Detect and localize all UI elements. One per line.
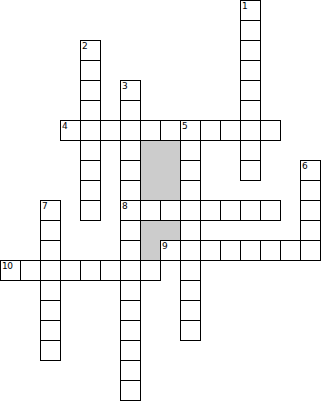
cell-r9-c6[interactable]: [120, 180, 141, 201]
shaded-cell: [160, 220, 181, 241]
cell-r14-c9[interactable]: [180, 280, 201, 301]
shaded-cell: [140, 180, 161, 201]
cell-r14-c2[interactable]: [40, 280, 61, 301]
cell-r10-c12[interactable]: [240, 200, 261, 221]
cell-r16-c2[interactable]: [40, 320, 61, 341]
cell-r15-c2[interactable]: [40, 300, 61, 321]
cell-r12-c10[interactable]: [200, 240, 221, 261]
cell-r4-c12[interactable]: [240, 80, 261, 101]
cell-r11-c9[interactable]: [180, 220, 201, 241]
cell-r13-c1[interactable]: [20, 260, 41, 281]
cell-r6-c8[interactable]: [160, 120, 181, 141]
cell-r13-c6[interactable]: [120, 260, 141, 281]
clue-number-8: 8: [122, 202, 127, 210]
clue-number-7: 7: [42, 202, 47, 210]
cell-r11-c15[interactable]: [300, 220, 321, 241]
cell-r8-c9[interactable]: [180, 160, 201, 181]
cell-r16-c9[interactable]: [180, 320, 201, 341]
shaded-cell: [140, 160, 161, 181]
shaded-cell: [160, 160, 181, 181]
clue-number-10: 10: [2, 262, 12, 270]
cell-r13-c9[interactable]: [180, 260, 201, 281]
cell-r17-c2[interactable]: [40, 340, 61, 361]
cell-r8-c6[interactable]: [120, 160, 141, 181]
cell-r9-c15[interactable]: [300, 180, 321, 201]
cell-r6-c12[interactable]: [240, 120, 261, 141]
cell-r19-c6[interactable]: [120, 380, 141, 401]
cell-r10-c7[interactable]: [140, 200, 161, 221]
cell-r13-c4[interactable]: [80, 260, 101, 281]
cell-r10-c10[interactable]: [200, 200, 221, 221]
cell-r12-c6[interactable]: [120, 240, 141, 261]
cell-r5-c4[interactable]: [80, 100, 101, 121]
cell-r17-c6[interactable]: [120, 340, 141, 361]
cell-r3-c12[interactable]: [240, 60, 261, 81]
shaded-cell: [140, 140, 161, 161]
cell-r11-c2[interactable]: [40, 220, 61, 241]
cell-r1-c12[interactable]: [240, 20, 261, 41]
cell-r12-c9[interactable]: [180, 240, 201, 261]
cell-r12-c14[interactable]: [280, 240, 301, 261]
cell-r12-c13[interactable]: [260, 240, 281, 261]
shaded-cell: [160, 140, 181, 161]
cell-r12-c12[interactable]: [240, 240, 261, 261]
cell-r7-c9[interactable]: [180, 140, 201, 161]
shaded-cell: [140, 240, 161, 261]
cell-r10-c15[interactable]: [300, 200, 321, 221]
cell-r7-c12[interactable]: [240, 140, 261, 161]
cell-r6-c5[interactable]: [100, 120, 121, 141]
cell-r5-c6[interactable]: [120, 100, 141, 121]
cell-r6-c7[interactable]: [140, 120, 161, 141]
cell-r2-c12[interactable]: [240, 40, 261, 61]
cell-r8-c12[interactable]: [240, 160, 261, 181]
crossword-board: 12345678910: [0, 0, 321, 401]
cell-r6-c11[interactable]: [220, 120, 241, 141]
cell-r10-c9[interactable]: [180, 200, 201, 221]
cell-r10-c4[interactable]: [80, 200, 101, 221]
cell-r6-c13[interactable]: [260, 120, 281, 141]
cell-r12-c11[interactable]: [220, 240, 241, 261]
cell-r13-c7[interactable]: [140, 260, 161, 281]
cell-r6-c6[interactable]: [120, 120, 141, 141]
cell-r9-c9[interactable]: [180, 180, 201, 201]
cell-r7-c6[interactable]: [120, 140, 141, 161]
cell-r3-c4[interactable]: [80, 60, 101, 81]
clue-number-5: 5: [182, 122, 187, 130]
cell-r12-c2[interactable]: [40, 240, 61, 261]
cell-r12-c15[interactable]: [300, 240, 321, 261]
crossword-puzzle: 12345678910: [0, 0, 321, 401]
clue-number-9: 9: [162, 242, 167, 250]
cell-r9-c4[interactable]: [80, 180, 101, 201]
cell-r5-c12[interactable]: [240, 100, 261, 121]
cell-r14-c6[interactable]: [120, 280, 141, 301]
cell-r10-c13[interactable]: [260, 200, 281, 221]
cell-r15-c9[interactable]: [180, 300, 201, 321]
cell-r11-c6[interactable]: [120, 220, 141, 241]
clue-number-6: 6: [302, 162, 307, 170]
cell-r7-c4[interactable]: [80, 140, 101, 161]
cell-r18-c6[interactable]: [120, 360, 141, 381]
cell-r6-c4[interactable]: [80, 120, 101, 141]
clue-number-2: 2: [82, 42, 87, 50]
clue-number-4: 4: [62, 122, 67, 130]
clue-number-3: 3: [122, 82, 127, 90]
cell-r13-c3[interactable]: [60, 260, 81, 281]
clue-number-1: 1: [242, 2, 247, 10]
cell-r8-c4[interactable]: [80, 160, 101, 181]
cell-r16-c6[interactable]: [120, 320, 141, 341]
cell-r4-c4[interactable]: [80, 80, 101, 101]
cell-r15-c6[interactable]: [120, 300, 141, 321]
shaded-cell: [140, 220, 161, 241]
cell-r10-c8[interactable]: [160, 200, 181, 221]
cell-r13-c5[interactable]: [100, 260, 121, 281]
cell-r6-c10[interactable]: [200, 120, 221, 141]
cell-r10-c11[interactable]: [220, 200, 241, 221]
cell-r13-c2[interactable]: [40, 260, 61, 281]
shaded-cell: [160, 180, 181, 201]
